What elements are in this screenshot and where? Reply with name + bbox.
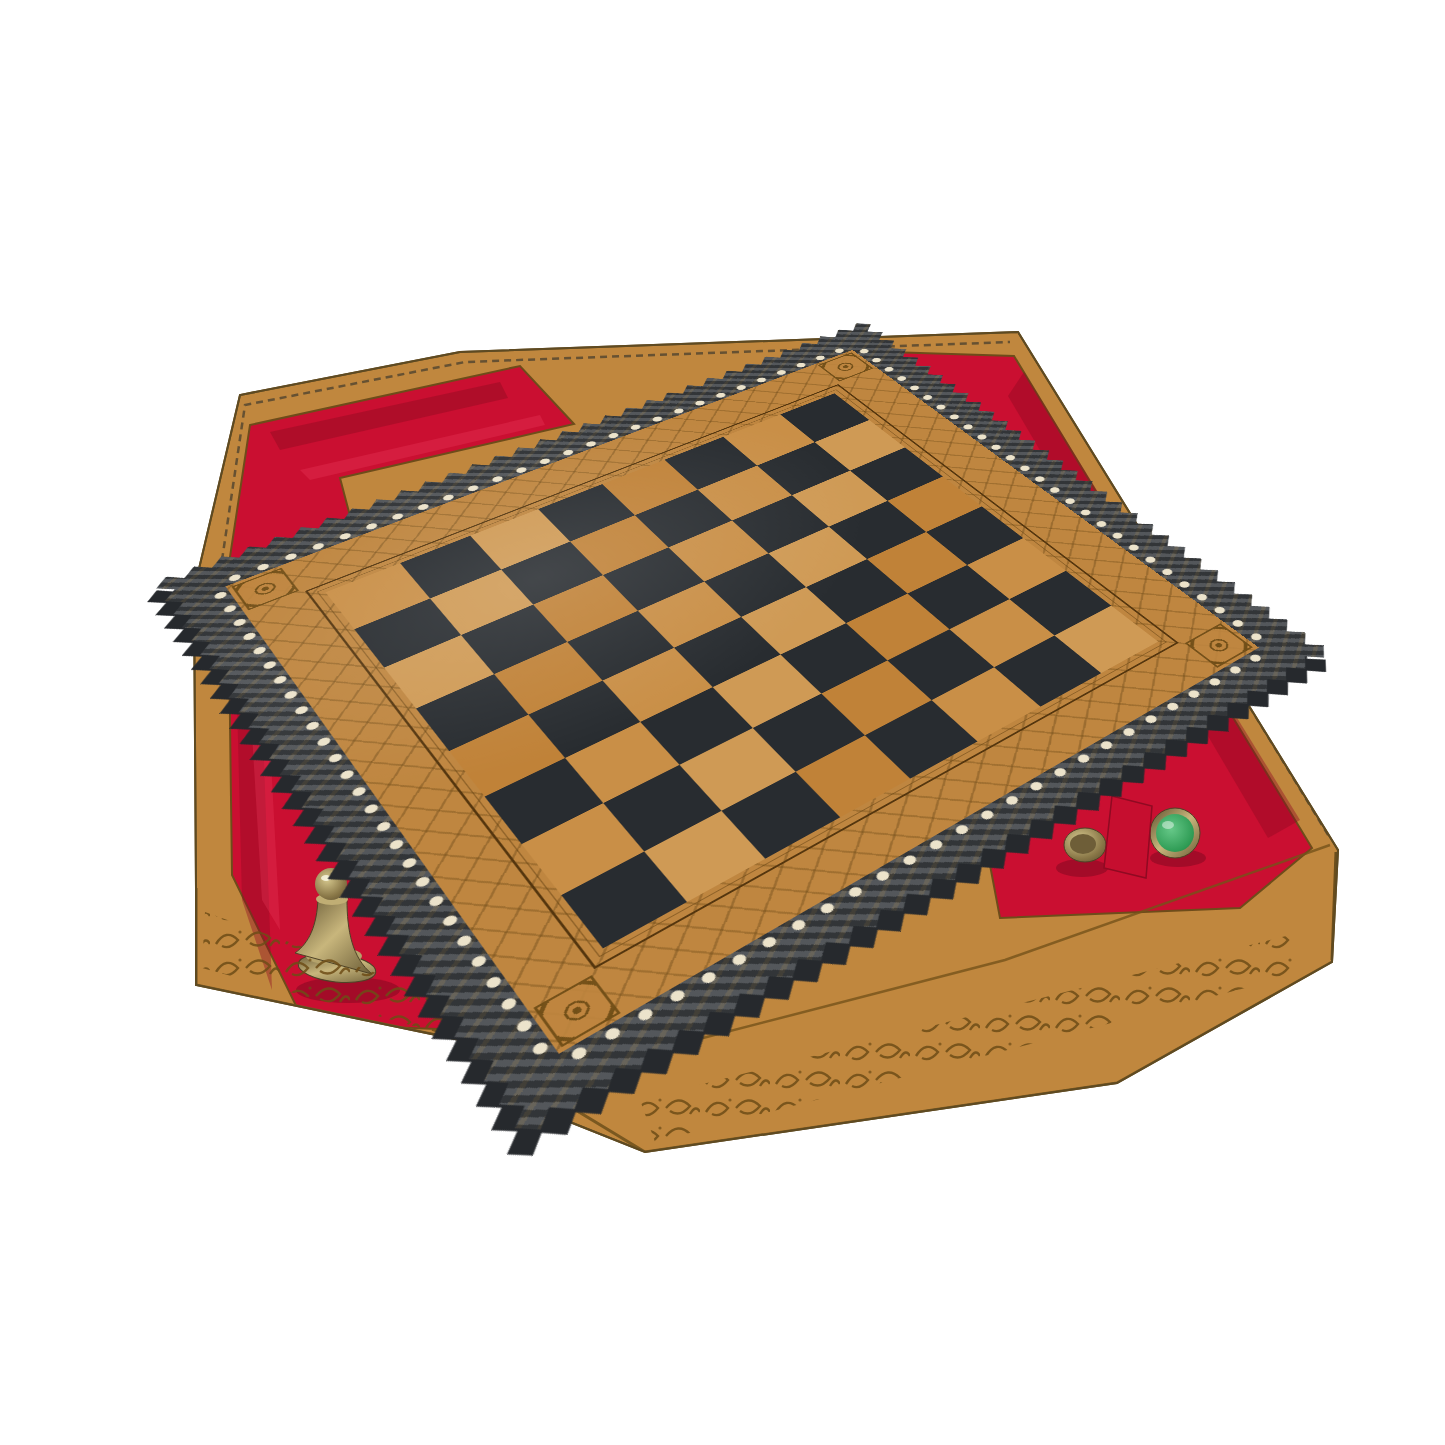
scene: [0, 0, 1445, 1445]
velvet-divider: [1104, 796, 1152, 878]
